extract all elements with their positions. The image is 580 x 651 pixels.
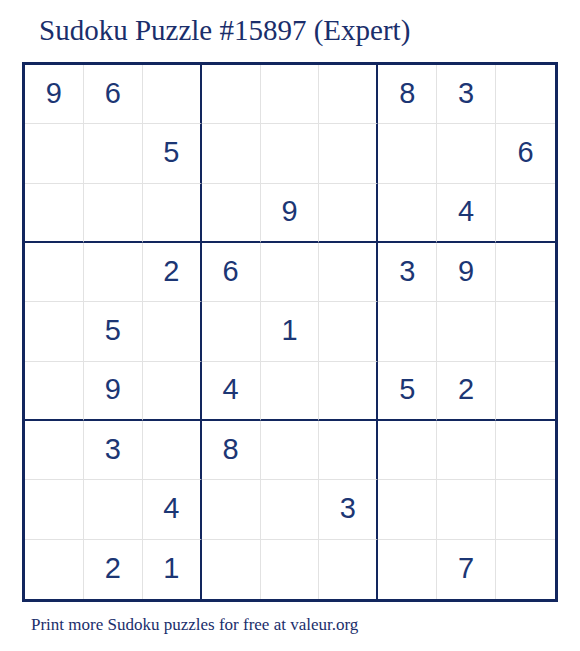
grid-cell-r5c2[interactable]: 5: [84, 302, 143, 361]
grid-cell-r6c1[interactable]: [25, 362, 84, 421]
grid-cell-r5c6[interactable]: [319, 302, 378, 361]
grid-cell-r8c3[interactable]: 4: [143, 480, 202, 539]
grid-cell-r7c6[interactable]: [319, 421, 378, 480]
grid-cell-r2c3[interactable]: 5: [143, 124, 202, 183]
cell-value: 6: [223, 257, 239, 286]
cell-value: 6: [517, 138, 533, 167]
cell-value: 2: [163, 257, 179, 286]
cell-value: 7: [458, 554, 474, 583]
cell-value: 3: [340, 494, 356, 523]
grid-cell-r3c1[interactable]: [25, 184, 84, 243]
cell-value: 9: [105, 375, 121, 404]
grid-cell-r8c9[interactable]: [496, 480, 555, 539]
grid-cell-r8c2[interactable]: [84, 480, 143, 539]
cell-value: 5: [399, 375, 415, 404]
grid-cell-r9c7[interactable]: [378, 540, 437, 599]
grid-cell-r9c3[interactable]: 1: [143, 540, 202, 599]
grid-cell-r7c9[interactable]: [496, 421, 555, 480]
grid-cell-r7c3[interactable]: [143, 421, 202, 480]
cell-value: 9: [46, 79, 62, 108]
grid-cell-r1c9[interactable]: [496, 65, 555, 124]
grid-cell-r1c1[interactable]: 9: [25, 65, 84, 124]
grid-cell-r3c8[interactable]: 4: [437, 184, 496, 243]
cell-value: 6: [105, 79, 121, 108]
grid-cell-r6c3[interactable]: [143, 362, 202, 421]
grid-cell-r7c1[interactable]: [25, 421, 84, 480]
grid-cell-r2c1[interactable]: [25, 124, 84, 183]
grid-cell-r6c9[interactable]: [496, 362, 555, 421]
grid-cell-r3c6[interactable]: [319, 184, 378, 243]
grid-cell-r9c4[interactable]: [202, 540, 261, 599]
grid-cell-r8c7[interactable]: [378, 480, 437, 539]
cell-value: 4: [163, 494, 179, 523]
grid-cell-r4c2[interactable]: [84, 243, 143, 302]
grid-cell-r4c6[interactable]: [319, 243, 378, 302]
grid-cell-r8c6[interactable]: 3: [319, 480, 378, 539]
grid-cell-r8c1[interactable]: [25, 480, 84, 539]
cell-value: 2: [458, 375, 474, 404]
grid-cell-r1c6[interactable]: [319, 65, 378, 124]
cell-value: 3: [105, 435, 121, 464]
cell-value: 1: [281, 316, 297, 345]
grid-cell-r6c5[interactable]: [261, 362, 320, 421]
grid-cell-r7c5[interactable]: [261, 421, 320, 480]
grid-cell-r4c4[interactable]: 6: [202, 243, 261, 302]
grid-cell-r2c6[interactable]: [319, 124, 378, 183]
cell-value: 1: [163, 554, 179, 583]
cell-value: 3: [458, 79, 474, 108]
cell-value: 3: [399, 257, 415, 286]
cell-value: 9: [458, 257, 474, 286]
grid-cell-r6c7[interactable]: 5: [378, 362, 437, 421]
grid-cell-r3c4[interactable]: [202, 184, 261, 243]
grid-cell-r1c5[interactable]: [261, 65, 320, 124]
grid-cell-r5c4[interactable]: [202, 302, 261, 361]
grid-cell-r4c8[interactable]: 9: [437, 243, 496, 302]
grid-cell-r1c7[interactable]: 8: [378, 65, 437, 124]
grid-cell-r3c9[interactable]: [496, 184, 555, 243]
cell-value: 8: [399, 79, 415, 108]
grid-cell-r7c7[interactable]: [378, 421, 437, 480]
grid-cell-r7c8[interactable]: [437, 421, 496, 480]
grid-cell-r5c5[interactable]: 1: [261, 302, 320, 361]
footer-text: Print more Sudoku puzzles for free at va…: [31, 615, 358, 635]
grid-cell-r8c8[interactable]: [437, 480, 496, 539]
grid-cell-r4c9[interactable]: [496, 243, 555, 302]
grid-cell-r9c9[interactable]: [496, 540, 555, 599]
grid-cell-r6c4[interactable]: 4: [202, 362, 261, 421]
grid-cell-r4c1[interactable]: [25, 243, 84, 302]
cell-value: 2: [105, 554, 121, 583]
grid-cell-r7c2[interactable]: 3: [84, 421, 143, 480]
cell-value: 8: [223, 435, 239, 464]
grid-cell-r3c7[interactable]: [378, 184, 437, 243]
cell-value: 5: [163, 138, 179, 167]
grid-cell-r3c2[interactable]: [84, 184, 143, 243]
grid-cell-r5c7[interactable]: [378, 302, 437, 361]
grid-cell-r4c3[interactable]: 2: [143, 243, 202, 302]
grid-cell-r2c5[interactable]: [261, 124, 320, 183]
grid-cell-r5c9[interactable]: [496, 302, 555, 361]
grid-cell-r9c5[interactable]: [261, 540, 320, 599]
grid-cell-r6c6[interactable]: [319, 362, 378, 421]
grid-cell-r4c5[interactable]: [261, 243, 320, 302]
grid-cell-r5c1[interactable]: [25, 302, 84, 361]
grid-cell-r3c5[interactable]: 9: [261, 184, 320, 243]
grid-cell-r2c4[interactable]: [202, 124, 261, 183]
grid-cell-r9c8[interactable]: 7: [437, 540, 496, 599]
grid-cell-r2c8[interactable]: [437, 124, 496, 183]
cell-value: 9: [281, 197, 297, 226]
grid-cell-r4c7[interactable]: 3: [378, 243, 437, 302]
grid-cell-r2c9[interactable]: 6: [496, 124, 555, 183]
grid-cell-r1c8[interactable]: 3: [437, 65, 496, 124]
cell-value: 5: [105, 316, 121, 345]
grid-cell-r9c6[interactable]: [319, 540, 378, 599]
grid-cell-r1c3[interactable]: [143, 65, 202, 124]
grid-cell-r6c8[interactable]: 2: [437, 362, 496, 421]
sudoku-page: Sudoku Puzzle #15897 (Expert) 9683569426…: [0, 0, 580, 651]
page-title: Sudoku Puzzle #15897 (Expert): [39, 14, 410, 47]
grid-cell-r7c4[interactable]: 8: [202, 421, 261, 480]
cell-value: 4: [458, 197, 474, 226]
grid-cell-r6c2[interactable]: 9: [84, 362, 143, 421]
grid-cell-r2c2[interactable]: [84, 124, 143, 183]
grid-cell-r5c8[interactable]: [437, 302, 496, 361]
grid-cell-r1c2[interactable]: 6: [84, 65, 143, 124]
grid-cell-r1c4[interactable]: [202, 65, 261, 124]
grid-cell-r8c5[interactable]: [261, 480, 320, 539]
grid-cell-r9c1[interactable]: [25, 540, 84, 599]
grid-cell-r8c4[interactable]: [202, 480, 261, 539]
grid-cell-r3c3[interactable]: [143, 184, 202, 243]
sudoku-grid: 9683569426395194523843217: [22, 62, 558, 602]
cell-value: 4: [223, 375, 239, 404]
grid-cell-r2c7[interactable]: [378, 124, 437, 183]
grid-cell-r9c2[interactable]: 2: [84, 540, 143, 599]
grid-cell-r5c3[interactable]: [143, 302, 202, 361]
